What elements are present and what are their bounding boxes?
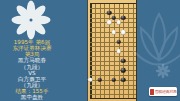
white-stone: [116, 49, 121, 54]
black-stone: [121, 68, 126, 73]
black-stone: [112, 15, 117, 20]
snowflake-flower-logo: [9, 0, 53, 40]
board-bottom-edge: [90, 98, 136, 99]
grid-horizontal-line: [90, 37, 136, 38]
grid-horizontal-line: [90, 3, 136, 4]
grid-horizontal-line: [90, 27, 136, 28]
match-info-text: 1995年 第6届 东洋证券杯决赛 第3局 黑方马晓春 （九段） VS 白方聂卫…: [0, 39, 64, 101]
black-stone: [121, 58, 126, 63]
video-thumbnail: 1995年 第6届 东洋证券杯决赛 第3局 黑方马晓春 （九段） VS 白方聂卫…: [0, 0, 180, 101]
black-stone: [112, 77, 117, 82]
black-stone: [121, 15, 126, 20]
result-winner-line: 黑中盘胜: [0, 94, 64, 100]
grid-horizontal-line: [90, 46, 136, 47]
grid-horizontal-line: [90, 85, 136, 86]
grid-horizontal-line: [90, 94, 136, 95]
grid-horizontal-line: [90, 13, 136, 14]
white-stone: [112, 30, 117, 35]
channel-watermark-badge: 围棋经典对局: [149, 87, 177, 96]
small-snowflake-icon: [155, 63, 171, 79]
white-stone: [88, 77, 93, 82]
black-stone: [107, 11, 112, 16]
grid-horizontal-line: [90, 22, 136, 23]
badge-text: 围棋经典对局: [155, 87, 177, 96]
black-stone: [116, 39, 121, 44]
grid-horizontal-line: [90, 89, 136, 90]
grid-horizontal-line: [90, 42, 136, 43]
black-stone: [97, 77, 102, 82]
white-stone: [121, 30, 126, 35]
black-stone: [121, 77, 126, 82]
grid-horizontal-line: [90, 56, 136, 57]
right-background: [137, 0, 180, 101]
white-stone: [107, 20, 112, 25]
badge-red-square-icon: [150, 89, 154, 95]
grid-horizontal-line: [90, 75, 136, 76]
grid-horizontal-line: [90, 8, 136, 9]
go-board: [88, 0, 137, 101]
white-stone: [116, 20, 121, 25]
grid-horizontal-line: [90, 70, 136, 71]
grid-horizontal-line: [90, 61, 136, 62]
info-panel: 1995年 第6届 东洋证券杯决赛 第3局 黑方马晓春 （九段） VS 白方聂卫…: [0, 0, 64, 101]
grid-horizontal-line: [90, 51, 136, 52]
grid-horizontal-line: [90, 65, 136, 66]
